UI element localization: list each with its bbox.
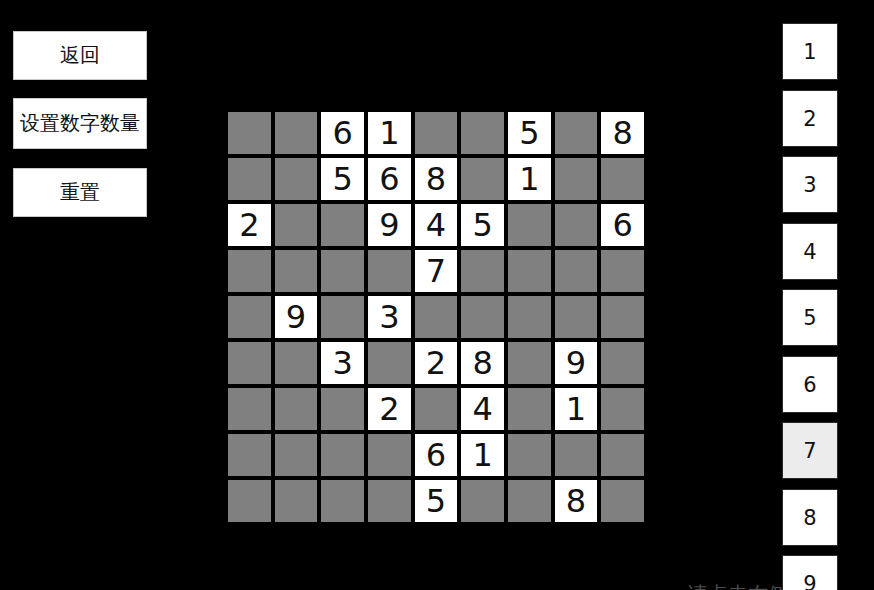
cell-r3c4[interactable]: 9 <box>368 204 411 246</box>
cell-r3c2[interactable] <box>275 204 318 246</box>
cell-r4c8[interactable] <box>555 250 598 292</box>
cell-r4c1[interactable] <box>228 250 271 292</box>
cell-r4c2[interactable] <box>275 250 318 292</box>
cell-r5c4[interactable]: 3 <box>368 296 411 338</box>
num-button-2[interactable]: 2 <box>782 90 838 147</box>
cell-r1c9[interactable]: 8 <box>601 112 644 154</box>
cell-r1c7[interactable]: 5 <box>508 112 551 154</box>
cell-r8c6[interactable]: 1 <box>461 434 504 476</box>
cell-r1c4[interactable]: 1 <box>368 112 411 154</box>
cell-r4c7[interactable] <box>508 250 551 292</box>
cell-r8c1[interactable] <box>228 434 271 476</box>
num-button-9[interactable]: 9 <box>782 555 838 590</box>
cell-r9c3[interactable] <box>321 480 364 522</box>
set-number-count-button[interactable]: 设置数字数量 <box>13 98 147 149</box>
cell-r9c9[interactable] <box>601 480 644 522</box>
cell-r2c4[interactable]: 6 <box>368 158 411 200</box>
cell-r5c2[interactable]: 9 <box>275 296 318 338</box>
cell-r7c1[interactable] <box>228 388 271 430</box>
cell-r4c4[interactable] <box>368 250 411 292</box>
cell-r6c7[interactable] <box>508 342 551 384</box>
cell-r6c4[interactable] <box>368 342 411 384</box>
num-button-5[interactable]: 5 <box>782 289 838 346</box>
cell-r6c9[interactable] <box>601 342 644 384</box>
sudoku-app-window: 返回 设置数字数量 重置 615856812945679332892416158… <box>0 0 874 590</box>
cell-r7c7[interactable] <box>508 388 551 430</box>
cell-r4c9[interactable] <box>601 250 644 292</box>
num-button-1[interactable]: 1 <box>782 23 838 80</box>
cell-r7c5[interactable] <box>415 388 458 430</box>
cell-r9c2[interactable] <box>275 480 318 522</box>
cell-r2c1[interactable] <box>228 158 271 200</box>
num-button-7[interactable]: 7 <box>782 422 838 479</box>
cell-r3c7[interactable] <box>508 204 551 246</box>
cell-r2c7[interactable]: 1 <box>508 158 551 200</box>
cell-r9c1[interactable] <box>228 480 271 522</box>
cell-r9c4[interactable] <box>368 480 411 522</box>
cell-r4c6[interactable] <box>461 250 504 292</box>
cell-r4c5[interactable]: 7 <box>415 250 458 292</box>
cell-r9c6[interactable] <box>461 480 504 522</box>
cell-r1c5[interactable] <box>415 112 458 154</box>
cell-r1c6[interactable] <box>461 112 504 154</box>
cell-r6c8[interactable]: 9 <box>555 342 598 384</box>
reset-button[interactable]: 重置 <box>13 168 147 217</box>
cell-r1c8[interactable] <box>555 112 598 154</box>
cell-r2c3[interactable]: 5 <box>321 158 364 200</box>
cell-r7c6[interactable]: 4 <box>461 388 504 430</box>
cell-r5c7[interactable] <box>508 296 551 338</box>
cell-r7c2[interactable] <box>275 388 318 430</box>
back-button[interactable]: 返回 <box>13 31 147 80</box>
cell-r1c3[interactable]: 6 <box>321 112 364 154</box>
cell-r2c9[interactable] <box>601 158 644 200</box>
cell-r3c1[interactable]: 2 <box>228 204 271 246</box>
cell-r8c7[interactable] <box>508 434 551 476</box>
cell-r9c7[interactable] <box>508 480 551 522</box>
cell-r7c8[interactable]: 1 <box>555 388 598 430</box>
cell-r5c5[interactable] <box>415 296 458 338</box>
cell-r5c1[interactable] <box>228 296 271 338</box>
cell-r5c6[interactable] <box>461 296 504 338</box>
cell-r2c5[interactable]: 8 <box>415 158 458 200</box>
cell-r1c2[interactable] <box>275 112 318 154</box>
cell-r6c1[interactable] <box>228 342 271 384</box>
cell-r6c6[interactable]: 8 <box>461 342 504 384</box>
num-button-3[interactable]: 3 <box>782 156 838 213</box>
cell-r6c3[interactable]: 3 <box>321 342 364 384</box>
cell-r3c5[interactable]: 4 <box>415 204 458 246</box>
cell-r6c5[interactable]: 2 <box>415 342 458 384</box>
cell-r8c4[interactable] <box>368 434 411 476</box>
bottom-cutoff-text: 请点击右侧数字 <box>688 583 868 590</box>
cell-r9c8[interactable]: 8 <box>555 480 598 522</box>
cell-r3c8[interactable] <box>555 204 598 246</box>
cell-r3c6[interactable]: 5 <box>461 204 504 246</box>
cell-r8c2[interactable] <box>275 434 318 476</box>
cell-r2c8[interactable] <box>555 158 598 200</box>
cell-r4c3[interactable] <box>321 250 364 292</box>
num-button-8[interactable]: 8 <box>782 489 838 546</box>
cell-r2c6[interactable] <box>461 158 504 200</box>
cell-r9c5[interactable]: 5 <box>415 480 458 522</box>
num-button-4[interactable]: 4 <box>782 223 838 280</box>
cell-r2c2[interactable] <box>275 158 318 200</box>
cell-r3c9[interactable]: 6 <box>601 204 644 246</box>
cell-r6c2[interactable] <box>275 342 318 384</box>
cell-r8c9[interactable] <box>601 434 644 476</box>
num-button-6[interactable]: 6 <box>782 356 838 413</box>
cell-r8c8[interactable] <box>555 434 598 476</box>
cell-r5c3[interactable] <box>321 296 364 338</box>
cell-r3c3[interactable] <box>321 204 364 246</box>
cell-r8c3[interactable] <box>321 434 364 476</box>
cell-r5c9[interactable] <box>601 296 644 338</box>
cell-r5c8[interactable] <box>555 296 598 338</box>
cell-r7c9[interactable] <box>601 388 644 430</box>
cell-r1c1[interactable] <box>228 112 271 154</box>
sudoku-board: 615856812945679332892416158 <box>228 112 644 522</box>
cell-r7c4[interactable]: 2 <box>368 388 411 430</box>
cell-r7c3[interactable] <box>321 388 364 430</box>
cell-r8c5[interactable]: 6 <box>415 434 458 476</box>
